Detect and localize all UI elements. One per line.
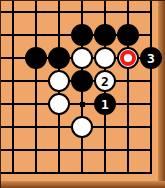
stone-black (94, 24, 116, 46)
red-circle-mark (120, 50, 136, 66)
stone-black: 1 (94, 93, 116, 115)
stone-black: 3 (140, 47, 162, 69)
grid-line-horizontal (1, 149, 152, 151)
star-point (80, 102, 85, 107)
move-number-label: 3 (147, 51, 155, 64)
stone-black (117, 24, 139, 46)
grid-line-horizontal (1, 172, 152, 174)
grid-line-horizontal (1, 103, 152, 105)
board-edge-right (158, 0, 165, 188)
stone-white (48, 93, 70, 115)
move-number-label: 2 (101, 74, 109, 87)
move-number-label: 1 (101, 97, 109, 110)
board-edge-bottom (0, 181, 165, 188)
stone-black (71, 70, 93, 92)
stone-black (71, 24, 93, 46)
stone-white: 2 (94, 70, 116, 92)
stone-white (71, 116, 93, 138)
board-frame-left (0, 0, 1, 188)
stone-black (25, 47, 47, 69)
stone-white (71, 47, 93, 69)
go-board: 321 (0, 0, 165, 188)
stone-white (94, 47, 116, 69)
grid-line-horizontal (1, 11, 152, 13)
stone-white (48, 70, 70, 92)
stone-black (48, 47, 70, 69)
stone-white (117, 47, 139, 69)
